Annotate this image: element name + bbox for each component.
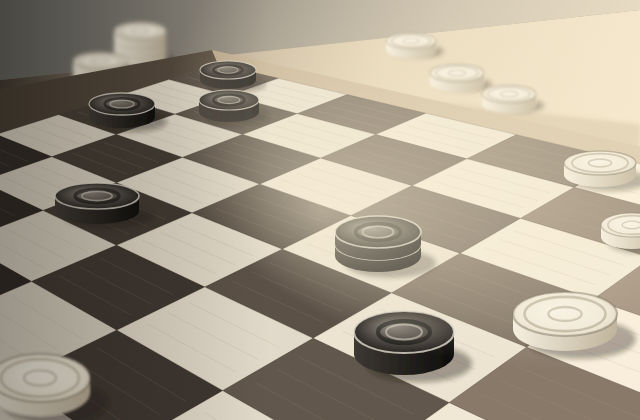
checkers-scene-root bbox=[0, 0, 640, 420]
checkers-photo bbox=[0, 0, 640, 420]
lighting-shade bbox=[0, 0, 640, 420]
